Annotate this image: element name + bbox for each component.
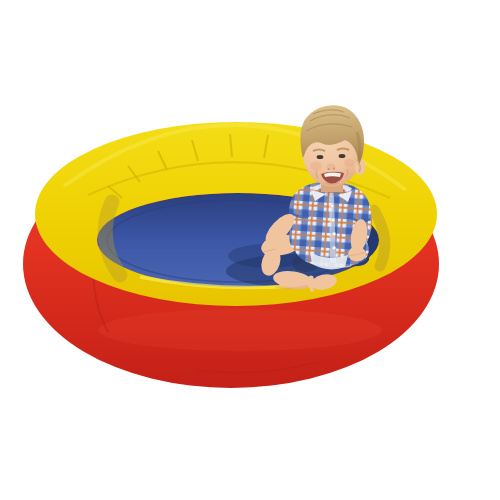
toddler-left-hand <box>348 247 366 262</box>
eye-left <box>317 155 324 159</box>
product-photo <box>0 0 500 500</box>
play-pit <box>23 122 439 388</box>
cheek-right <box>344 159 354 167</box>
cheek-left <box>310 162 322 171</box>
pit-red-front-sheen <box>98 309 382 351</box>
eye-right <box>339 154 346 158</box>
screenshot-canvas <box>0 0 500 500</box>
nose <box>327 164 336 171</box>
